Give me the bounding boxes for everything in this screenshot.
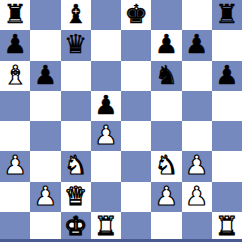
piece-white-knight[interactable]: ♞ — [155, 152, 178, 178]
square-d2[interactable] — [91, 182, 121, 212]
square-c2[interactable]: ♛ — [61, 182, 91, 212]
piece-white-knight[interactable]: ♞ — [64, 152, 87, 178]
square-g6[interactable] — [182, 61, 212, 91]
piece-black-pawn[interactable]: ♟ — [3, 31, 26, 57]
square-h2[interactable] — [212, 182, 242, 212]
chess-board-grid: ♜♝♚♜♟♛♟♟♝♟♞♟♟♟♟♞♞♟♟♛♟♟♚♜♜ — [0, 0, 242, 242]
square-d4[interactable]: ♟ — [91, 121, 121, 151]
square-f7[interactable]: ♟ — [151, 30, 181, 60]
square-c3[interactable]: ♞ — [61, 151, 91, 181]
piece-black-bishop[interactable]: ♝ — [64, 1, 87, 27]
piece-black-queen[interactable]: ♛ — [64, 31, 87, 57]
square-a4[interactable] — [0, 121, 30, 151]
square-h7[interactable] — [212, 30, 242, 60]
square-a7[interactable]: ♟ — [0, 30, 30, 60]
square-g4[interactable] — [182, 121, 212, 151]
piece-black-rook[interactable]: ♜ — [215, 1, 238, 27]
square-g3[interactable]: ♟ — [182, 151, 212, 181]
square-h6[interactable]: ♟ — [212, 61, 242, 91]
piece-black-pawn[interactable]: ♟ — [185, 31, 208, 57]
square-e3[interactable] — [121, 151, 151, 181]
square-b5[interactable] — [30, 91, 60, 121]
square-f8[interactable] — [151, 0, 181, 30]
piece-black-pawn[interactable]: ♟ — [155, 31, 178, 57]
piece-white-pawn[interactable]: ♟ — [185, 183, 208, 209]
square-b1[interactable] — [30, 212, 60, 242]
piece-white-king[interactable]: ♚ — [64, 213, 87, 239]
square-h8[interactable]: ♜ — [212, 0, 242, 30]
square-f2[interactable]: ♟ — [151, 182, 181, 212]
square-g8[interactable] — [182, 0, 212, 30]
square-c5[interactable] — [61, 91, 91, 121]
square-b8[interactable] — [30, 0, 60, 30]
square-a3[interactable]: ♟ — [0, 151, 30, 181]
square-f4[interactable] — [151, 121, 181, 151]
square-h1[interactable]: ♜ — [212, 212, 242, 242]
square-d8[interactable] — [91, 0, 121, 30]
square-a8[interactable]: ♜ — [0, 0, 30, 30]
piece-white-bishop[interactable]: ♝ — [3, 62, 26, 88]
square-f5[interactable] — [151, 91, 181, 121]
piece-black-rook[interactable]: ♜ — [3, 1, 26, 27]
piece-black-pawn[interactable]: ♟ — [34, 62, 57, 88]
square-g5[interactable] — [182, 91, 212, 121]
square-g1[interactable] — [182, 212, 212, 242]
square-e2[interactable] — [121, 182, 151, 212]
square-c8[interactable]: ♝ — [61, 0, 91, 30]
square-d6[interactable] — [91, 61, 121, 91]
square-e1[interactable] — [121, 212, 151, 242]
square-g7[interactable]: ♟ — [182, 30, 212, 60]
piece-white-queen[interactable]: ♛ — [64, 183, 87, 209]
square-b2[interactable]: ♟ — [30, 182, 60, 212]
square-c6[interactable] — [61, 61, 91, 91]
piece-white-pawn[interactable]: ♟ — [94, 122, 117, 148]
square-f3[interactable]: ♞ — [151, 151, 181, 181]
square-e6[interactable] — [121, 61, 151, 91]
square-b3[interactable] — [30, 151, 60, 181]
square-a5[interactable] — [0, 91, 30, 121]
square-h3[interactable] — [212, 151, 242, 181]
piece-white-pawn[interactable]: ♟ — [34, 183, 57, 209]
square-f1[interactable] — [151, 212, 181, 242]
square-a1[interactable] — [0, 212, 30, 242]
square-c1[interactable]: ♚ — [61, 212, 91, 242]
square-b7[interactable] — [30, 30, 60, 60]
square-d1[interactable]: ♜ — [91, 212, 121, 242]
square-d5[interactable]: ♟ — [91, 91, 121, 121]
chess-board: ♜♝♚♜♟♛♟♟♝♟♞♟♟♟♟♞♞♟♟♛♟♟♚♜♜ — [0, 0, 242, 242]
piece-black-king[interactable]: ♚ — [124, 1, 147, 27]
square-h5[interactable] — [212, 91, 242, 121]
piece-white-pawn[interactable]: ♟ — [3, 152, 26, 178]
piece-white-rook[interactable]: ♜ — [94, 213, 117, 239]
piece-white-rook[interactable]: ♜ — [215, 213, 238, 239]
square-c4[interactable] — [61, 121, 91, 151]
square-e4[interactable] — [121, 121, 151, 151]
piece-black-pawn[interactable]: ♟ — [215, 62, 238, 88]
square-a2[interactable] — [0, 182, 30, 212]
square-a6[interactable]: ♝ — [0, 61, 30, 91]
piece-black-pawn[interactable]: ♟ — [94, 92, 117, 118]
square-d3[interactable] — [91, 151, 121, 181]
square-h4[interactable] — [212, 121, 242, 151]
square-c7[interactable]: ♛ — [61, 30, 91, 60]
square-g2[interactable]: ♟ — [182, 182, 212, 212]
piece-black-knight[interactable]: ♞ — [155, 62, 178, 88]
square-e5[interactable] — [121, 91, 151, 121]
square-f6[interactable]: ♞ — [151, 61, 181, 91]
square-b6[interactable]: ♟ — [30, 61, 60, 91]
square-e8[interactable]: ♚ — [121, 0, 151, 30]
square-d7[interactable] — [91, 30, 121, 60]
piece-white-pawn[interactable]: ♟ — [185, 152, 208, 178]
square-b4[interactable] — [30, 121, 60, 151]
square-e7[interactable] — [121, 30, 151, 60]
piece-white-pawn[interactable]: ♟ — [155, 183, 178, 209]
